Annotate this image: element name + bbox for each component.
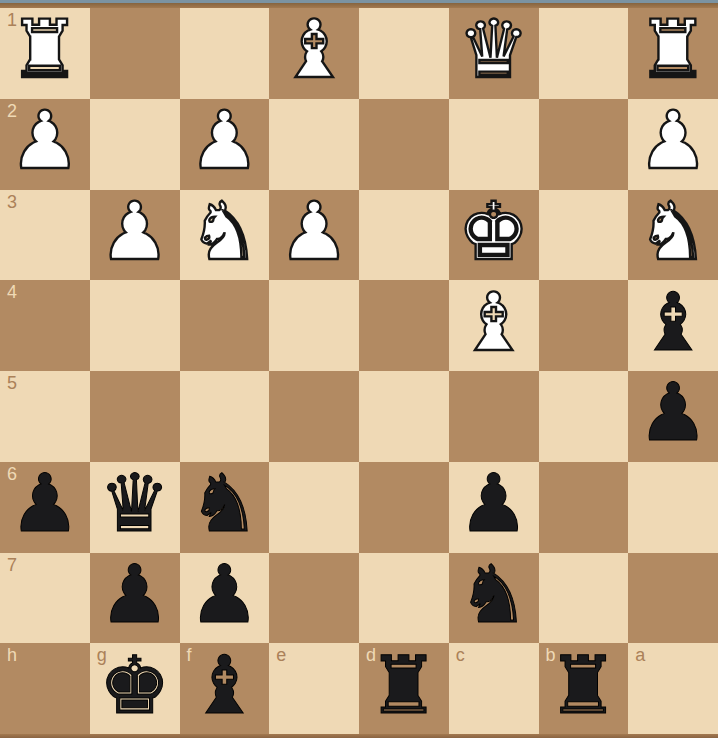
square-f4[interactable]: [180, 280, 270, 371]
black-king-g8[interactable]: ♚: [99, 646, 171, 726]
coordinate-label-h: h: [7, 646, 17, 664]
coordinate-label-5: 5: [7, 374, 17, 392]
square-d6[interactable]: [359, 462, 449, 553]
square-d7[interactable]: [359, 553, 449, 644]
black-pawn-g7[interactable]: ♟: [99, 555, 171, 635]
black-rook-d8[interactable]: ♜: [368, 646, 440, 726]
square-b2[interactable]: [539, 99, 629, 190]
square-g1[interactable]: [90, 8, 180, 99]
square-d8[interactable]: d♜: [359, 643, 449, 734]
black-bishop-f8[interactable]: ♝: [189, 646, 261, 726]
coordinate-label-7: 7: [7, 556, 17, 574]
white-pawn-a2[interactable]: ♟: [637, 101, 709, 181]
square-b8[interactable]: b♜: [539, 643, 629, 734]
square-c7[interactable]: ♞: [449, 553, 539, 644]
square-d2[interactable]: [359, 99, 449, 190]
coordinate-label-3: 3: [7, 193, 17, 211]
square-c6[interactable]: ♟: [449, 462, 539, 553]
square-f8[interactable]: f♝: [180, 643, 270, 734]
square-e5[interactable]: [269, 371, 359, 462]
square-h4[interactable]: 4: [0, 280, 90, 371]
white-rook-h1[interactable]: ♜: [9, 10, 81, 90]
square-b5[interactable]: [539, 371, 629, 462]
chess-board: 1♜♝♛♜2♟♟♟3♟♞♟♚♞4♝♝5♟6♟♛♞♟7♟♟♞hg♚f♝ed♜cb♜…: [0, 8, 718, 734]
square-c1[interactable]: ♛: [449, 8, 539, 99]
coordinate-label-e: e: [276, 646, 286, 664]
square-h8[interactable]: h: [0, 643, 90, 734]
white-pawn-f2[interactable]: ♟: [189, 101, 261, 181]
square-g4[interactable]: [90, 280, 180, 371]
square-b6[interactable]: [539, 462, 629, 553]
square-e7[interactable]: [269, 553, 359, 644]
square-f1[interactable]: [180, 8, 270, 99]
square-e2[interactable]: [269, 99, 359, 190]
white-bishop-c4[interactable]: ♝: [458, 283, 530, 363]
coordinate-label-4: 4: [7, 283, 17, 301]
white-knight-a3[interactable]: ♞: [637, 192, 709, 272]
square-e4[interactable]: [269, 280, 359, 371]
black-knight-c7[interactable]: ♞: [458, 555, 530, 635]
square-h5[interactable]: 5: [0, 371, 90, 462]
square-a8[interactable]: a: [628, 643, 718, 734]
square-b1[interactable]: [539, 8, 629, 99]
square-d3[interactable]: [359, 190, 449, 281]
square-h1[interactable]: 1♜: [0, 8, 90, 99]
square-a3[interactable]: ♞: [628, 190, 718, 281]
black-queen-g6[interactable]: ♛: [99, 464, 171, 544]
square-e3[interactable]: ♟: [269, 190, 359, 281]
square-a7[interactable]: [628, 553, 718, 644]
square-g7[interactable]: ♟: [90, 553, 180, 644]
white-pawn-e3[interactable]: ♟: [278, 192, 350, 272]
chess-app-screen: 1♜♝♛♜2♟♟♟3♟♞♟♚♞4♝♝5♟6♟♛♞♟7♟♟♞hg♚f♝ed♜cb♜…: [0, 0, 718, 738]
square-c4[interactable]: ♝: [449, 280, 539, 371]
board-bottom-margin: [0, 734, 718, 738]
black-rook-b8[interactable]: ♜: [548, 646, 620, 726]
coordinate-label-a: a: [635, 646, 645, 664]
square-h6[interactable]: 6♟: [0, 462, 90, 553]
coordinate-label-c: c: [456, 646, 465, 664]
white-pawn-g3[interactable]: ♟: [99, 192, 171, 272]
square-h7[interactable]: 7: [0, 553, 90, 644]
square-f2[interactable]: ♟: [180, 99, 270, 190]
square-h2[interactable]: 2♟: [0, 99, 90, 190]
white-king-c3[interactable]: ♚: [458, 192, 530, 272]
square-g2[interactable]: [90, 99, 180, 190]
square-a1[interactable]: ♜: [628, 8, 718, 99]
square-a6[interactable]: [628, 462, 718, 553]
black-pawn-a5[interactable]: ♟: [637, 373, 709, 453]
black-pawn-h6[interactable]: ♟: [9, 464, 81, 544]
white-knight-f3[interactable]: ♞: [189, 192, 261, 272]
square-c3[interactable]: ♚: [449, 190, 539, 281]
square-g3[interactable]: ♟: [90, 190, 180, 281]
square-e8[interactable]: e: [269, 643, 359, 734]
square-b7[interactable]: [539, 553, 629, 644]
black-pawn-c6[interactable]: ♟: [458, 464, 530, 544]
square-f3[interactable]: ♞: [180, 190, 270, 281]
black-bishop-a4[interactable]: ♝: [637, 283, 709, 363]
white-queen-c1[interactable]: ♛: [458, 10, 530, 90]
square-b4[interactable]: [539, 280, 629, 371]
square-c8[interactable]: c: [449, 643, 539, 734]
square-h3[interactable]: 3: [0, 190, 90, 281]
square-g5[interactable]: [90, 371, 180, 462]
square-d1[interactable]: [359, 8, 449, 99]
square-g8[interactable]: g♚: [90, 643, 180, 734]
square-d4[interactable]: [359, 280, 449, 371]
square-b3[interactable]: [539, 190, 629, 281]
black-pawn-f7[interactable]: ♟: [189, 555, 261, 635]
square-a5[interactable]: ♟: [628, 371, 718, 462]
square-f5[interactable]: [180, 371, 270, 462]
white-pawn-h2[interactable]: ♟: [9, 101, 81, 181]
square-c2[interactable]: [449, 99, 539, 190]
white-rook-a1[interactable]: ♜: [637, 10, 709, 90]
black-knight-f6[interactable]: ♞: [189, 464, 261, 544]
square-a4[interactable]: ♝: [628, 280, 718, 371]
square-c5[interactable]: [449, 371, 539, 462]
square-a2[interactable]: ♟: [628, 99, 718, 190]
square-g6[interactable]: ♛: [90, 462, 180, 553]
square-f7[interactable]: ♟: [180, 553, 270, 644]
square-e6[interactable]: [269, 462, 359, 553]
square-e1[interactable]: ♝: [269, 8, 359, 99]
white-bishop-e1[interactable]: ♝: [278, 10, 350, 90]
square-f6[interactable]: ♞: [180, 462, 270, 553]
square-d5[interactable]: [359, 371, 449, 462]
